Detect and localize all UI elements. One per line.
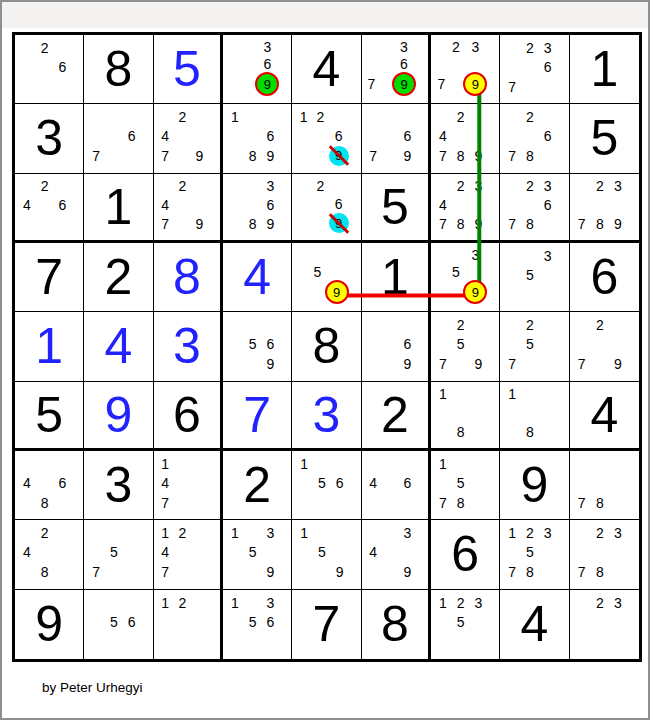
cell-r5c9[interactable]: 279	[570, 312, 639, 381]
yellow-candidate-circle: 9	[325, 280, 349, 304]
candidate-slot-2: 2	[591, 523, 609, 542]
candidate-slot-4	[573, 473, 591, 492]
candidate-slot-3	[329, 177, 349, 195]
candidate-slot-3	[539, 107, 557, 126]
given-digit: 9	[15, 590, 83, 659]
candidate-slot-5: 5	[105, 612, 123, 632]
candidate-slot-3: 3	[539, 38, 557, 57]
candidate-slot-4: 4	[434, 195, 452, 214]
pencil-marks: 1689	[226, 107, 279, 165]
candidate-slot-2	[382, 107, 399, 126]
cell-r3c9[interactable]: 23789	[570, 174, 639, 243]
cell-r9c8[interactable]: 4	[500, 590, 569, 659]
cell-r2c6[interactable]: 679	[362, 104, 431, 173]
candidate-slot-5	[382, 335, 399, 354]
cell-r8c5[interactable]: 159	[292, 520, 361, 589]
candidate-slot-5	[241, 55, 256, 72]
solved-digit: 3	[292, 382, 360, 448]
cell-r8c8[interactable]: 123578	[500, 520, 569, 589]
candidate-slot-9: 9	[463, 72, 487, 96]
cell-r6c8[interactable]: 18	[500, 382, 569, 451]
pencil-marks: 569	[226, 315, 279, 373]
cell-r4c3[interactable]: 8	[154, 243, 223, 312]
cell-r2c2[interactable]: 67	[84, 104, 153, 173]
candidate-slot-4	[226, 195, 244, 214]
candidate-slot-1	[18, 523, 36, 542]
candidate-slot-9: 9	[399, 146, 416, 165]
cell-r7c6[interactable]: 46	[362, 451, 431, 520]
candidate-slot-8	[452, 354, 470, 373]
cell-r1c7[interactable]: 2379	[431, 35, 500, 104]
cell-r3c7[interactable]: 234789	[431, 174, 500, 243]
candidate-slot-6: 6	[262, 612, 280, 632]
cell-r4c7[interactable]: 359	[431, 243, 500, 312]
candidate-slot-6	[609, 195, 627, 214]
candidate-slot-2: 2	[521, 523, 539, 542]
cell-r7c1[interactable]: 468	[15, 451, 84, 520]
cell-r4c5[interactable]: 59	[292, 243, 361, 312]
candidate-slot-7: 7	[503, 354, 521, 373]
candidate-slot-6	[609, 543, 627, 562]
pencil-marks: 2678	[503, 107, 556, 165]
candidate-slot-2	[244, 593, 262, 613]
given-digit: 3	[84, 451, 152, 519]
candidate-slot-5	[105, 127, 123, 146]
candidate-slot-3	[331, 523, 349, 542]
cell-r8c7[interactable]: 6	[431, 520, 500, 589]
cell-r6c1[interactable]: 5	[15, 382, 84, 451]
candidate-slot-5: 5	[313, 543, 331, 562]
cell-r4c4[interactable]: 4	[223, 243, 292, 312]
candidate-slot-6	[191, 543, 208, 562]
candidate-slot-4: 4	[18, 195, 36, 214]
candidate-slot-8	[449, 72, 464, 96]
cell-r1c8[interactable]: 2367	[500, 35, 569, 104]
cell-r8c1[interactable]: 248	[15, 520, 84, 589]
pencil-marks: 18	[434, 385, 487, 441]
candidate-slot-2: 2	[174, 523, 191, 542]
candidate-slot-8	[174, 146, 191, 165]
candidate-slot-7	[503, 285, 521, 304]
candidate-slot-1	[503, 246, 521, 265]
candidate-slot-5	[174, 127, 191, 146]
cell-r6c9[interactable]: 4	[570, 382, 639, 451]
candidate-slot-5	[521, 57, 539, 76]
cell-r2c8[interactable]: 2678	[500, 104, 569, 173]
cell-r5c7[interactable]: 2579	[431, 312, 500, 381]
candidate-slot-2: 2	[174, 177, 191, 196]
cell-r2c7[interactable]: 24789	[431, 104, 500, 173]
pencil-marks: 69	[365, 315, 416, 373]
candidate-slot-2	[310, 246, 325, 263]
pencil-marks: 234789	[434, 177, 487, 233]
pencil-marks: 2378	[573, 523, 627, 581]
candidate-slot-9	[54, 562, 72, 581]
pencil-marks: 46	[365, 454, 416, 512]
candidate-slot-7	[434, 422, 452, 441]
candidate-slot-7: 7	[365, 146, 382, 165]
cell-r4c9[interactable]: 6	[570, 243, 639, 312]
candidate-slot-5	[382, 473, 399, 492]
candidate-slot-8	[452, 632, 470, 652]
pencil-marks: 369	[226, 38, 279, 96]
candidate-slot-5: 5	[521, 335, 539, 354]
cell-r1c4[interactable]: 369	[223, 35, 292, 104]
candidate-slot-6: 6	[539, 195, 557, 214]
cell-r9c1[interactable]: 9	[15, 590, 84, 659]
candidate-slot-1	[87, 107, 105, 126]
candidate-slot-4	[503, 127, 521, 146]
candidate-slot-1	[365, 107, 382, 126]
candidate-slot-6: 6	[539, 127, 557, 146]
candidate-slot-8: 8	[591, 493, 609, 512]
yellow-candidate-circle: 9	[463, 72, 487, 96]
candidate-slot-4	[226, 612, 244, 632]
candidate-slot-3	[54, 523, 72, 542]
cell-r9c2[interactable]: 56	[84, 590, 153, 659]
cell-r4c2[interactable]: 2	[84, 243, 153, 312]
candidate-slot-3: 3	[470, 177, 488, 196]
cell-r1c3[interactable]: 5	[154, 35, 223, 104]
candidate-slot-3: 3	[262, 593, 280, 613]
candidate-slot-5: 5	[449, 263, 464, 280]
candidate-slot-8	[382, 146, 399, 165]
cell-r5c8[interactable]: 257	[500, 312, 569, 381]
sudoku-grid: 2685369436792379236713672479168912696792…	[12, 32, 642, 662]
candidate-slot-2: 2	[591, 177, 609, 196]
cell-r1c6[interactable]: 3679	[362, 35, 431, 104]
candidate-slot-2: 2	[591, 593, 609, 613]
candidate-slot-3	[470, 454, 488, 473]
candidate-slot-4	[226, 335, 244, 354]
cell-r9c4[interactable]: 1356	[223, 590, 292, 659]
cell-r9c5[interactable]: 7	[292, 590, 361, 659]
candidate-slot-8	[244, 562, 262, 581]
cell-r6c3[interactable]: 6	[154, 382, 223, 451]
candidate-slot-9	[539, 562, 557, 581]
cell-r8c4[interactable]: 1359	[223, 520, 292, 589]
candidate-slot-4	[503, 335, 521, 354]
candidate-slot-9	[123, 562, 141, 581]
candidate-slot-1: 1	[295, 107, 312, 126]
candidate-slot-2	[244, 177, 262, 196]
candidate-slot-9	[191, 493, 208, 512]
candidate-slot-5	[312, 126, 329, 145]
cell-r8c6[interactable]: 349	[362, 520, 431, 589]
candidate-slot-6	[191, 127, 208, 146]
candidate-slot-5: 5	[452, 335, 470, 354]
cell-r8c2[interactable]: 57	[84, 520, 153, 589]
candidate-slot-3	[399, 454, 416, 473]
candidate-slot-3	[325, 246, 349, 263]
cell-r5c4[interactable]: 569	[223, 312, 292, 381]
cell-r7c3[interactable]: 147	[154, 451, 223, 520]
candidate-slot-4	[573, 543, 591, 562]
candidate-slot-5: 5	[105, 543, 123, 562]
candidate-slot-1	[365, 454, 382, 473]
candidate-slot-2	[36, 454, 54, 473]
candidate-slot-8	[105, 146, 123, 165]
cell-r5c1[interactable]: 1	[15, 312, 84, 381]
pencil-marks: 147	[157, 454, 208, 512]
candidate-slot-5: 5	[521, 543, 539, 562]
candidate-slot-3	[399, 315, 416, 334]
candidate-slot-2	[244, 315, 262, 334]
cell-r7c9[interactable]: 78	[570, 451, 639, 520]
cell-r8c9[interactable]: 2378	[570, 520, 639, 589]
cell-r6c7[interactable]: 18	[431, 382, 500, 451]
candidate-slot-7: 7	[434, 354, 452, 373]
candidate-slot-9	[54, 214, 72, 233]
candidate-slot-6: 6	[399, 335, 416, 354]
candidate-slot-6	[262, 543, 280, 562]
candidate-slot-8: 8	[591, 214, 609, 233]
candidate-slot-4	[295, 126, 312, 145]
candidate-slot-9	[191, 562, 208, 581]
candidate-slot-9	[609, 632, 627, 652]
cell-r7c4[interactable]: 2	[223, 451, 292, 520]
candidate-slot-1: 1	[434, 385, 452, 404]
pencil-marks: 24789	[434, 107, 487, 165]
candidate-slot-8	[310, 280, 325, 304]
candidate-slot-5	[36, 473, 54, 492]
candidate-slot-1	[434, 246, 449, 263]
candidate-slot-9	[123, 146, 141, 165]
candidate-slot-2	[105, 107, 123, 126]
candidate-slot-5: 5	[310, 263, 325, 280]
cell-r7c7[interactable]: 1578	[431, 451, 500, 520]
candidate-slot-2: 2	[312, 177, 329, 195]
candidate-slot-4	[226, 55, 241, 72]
cell-r6c4[interactable]: 7	[223, 382, 292, 451]
candidate-slot-1	[503, 177, 521, 196]
candidate-slot-8: 8	[591, 562, 609, 581]
candidate-slot-8	[174, 214, 191, 233]
given-digit: 5	[15, 382, 83, 448]
candidate-slot-7	[226, 632, 244, 652]
green-candidate-circle: 9	[255, 72, 279, 96]
candidate-slot-9: 9	[262, 354, 280, 373]
candidate-slot-1	[295, 246, 310, 263]
solved-digit: 5	[154, 35, 220, 103]
pencil-marks: 679	[365, 107, 416, 165]
cell-r9c3[interactable]: 12	[154, 590, 223, 659]
candidate-slot-6: 6	[54, 57, 72, 76]
candidate-slot-7	[365, 354, 382, 373]
candidate-slot-4	[434, 55, 449, 72]
candidate-slot-5	[449, 55, 464, 72]
pencil-marks: 2379	[434, 38, 487, 96]
cell-r6c5[interactable]: 3	[292, 382, 361, 451]
candidate-slot-8	[312, 146, 329, 166]
candidate-slot-8	[313, 493, 331, 512]
given-digit: 7	[292, 590, 360, 659]
cell-r4c8[interactable]: 35	[500, 243, 569, 312]
candidate-slot-7	[365, 562, 382, 581]
candidate-slot-3: 3	[463, 38, 487, 55]
candidate-slot-8	[36, 77, 54, 96]
candidate-slot-6	[470, 612, 488, 632]
candidate-slot-2: 2	[591, 315, 609, 334]
candidate-slot-2	[378, 38, 392, 55]
candidate-slot-2	[382, 454, 399, 473]
cell-r3c5[interactable]: 269	[292, 174, 361, 243]
given-digit: 5	[570, 104, 639, 172]
candidate-slot-6: 6	[54, 473, 72, 492]
cell-r5c5[interactable]: 8	[292, 312, 361, 381]
candidate-slot-1: 1	[157, 593, 174, 613]
candidate-slot-4: 4	[434, 127, 452, 146]
cell-r2c5[interactable]: 1269	[292, 104, 361, 173]
solved-digit: 9	[84, 382, 152, 448]
cell-r9c7[interactable]: 1235	[431, 590, 500, 659]
cell-r9c9[interactable]: 23	[570, 590, 639, 659]
pencil-marks: 18	[503, 385, 556, 441]
cell-r1c5[interactable]: 4	[292, 35, 361, 104]
candidate-slot-4	[295, 195, 312, 213]
candidate-slot-9: 9	[325, 280, 349, 304]
cell-r3c4[interactable]: 3689	[223, 174, 292, 243]
candidate-slot-8	[244, 632, 262, 652]
cell-r2c4[interactable]: 1689	[223, 104, 292, 173]
candidate-slot-4	[365, 335, 382, 354]
given-digit: 8	[84, 35, 152, 103]
cell-r8c3[interactable]: 1247	[154, 520, 223, 589]
pencil-marks: 1578	[434, 454, 487, 512]
cell-r6c2[interactable]: 9	[84, 382, 153, 451]
cell-r4c6[interactable]: 1	[362, 243, 431, 312]
cell-r7c8[interactable]: 9	[500, 451, 569, 520]
candidate-slot-1: 1	[434, 593, 452, 613]
candidate-slot-1: 1	[503, 385, 521, 404]
candidate-slot-6	[609, 335, 627, 354]
cell-r2c9[interactable]: 5	[570, 104, 639, 173]
cell-r6c6[interactable]: 2	[362, 382, 431, 451]
candidate-slot-4	[434, 263, 449, 280]
candidate-slot-6	[463, 263, 487, 280]
candidate-slot-3: 3	[392, 38, 416, 55]
candidate-slot-7: 7	[157, 562, 174, 581]
candidate-slot-6: 6	[331, 473, 349, 492]
candidate-slot-2	[241, 38, 256, 55]
candidate-slot-7: 7	[573, 214, 591, 233]
candidate-slot-9	[470, 493, 488, 512]
candidate-slot-2: 2	[521, 315, 539, 334]
candidate-slot-4: 4	[365, 543, 382, 562]
cell-r2c1[interactable]: 3	[15, 104, 84, 173]
given-digit: 2	[223, 451, 291, 519]
candidate-slot-4: 4	[157, 543, 174, 562]
eliminated-candidate-circle: 9	[329, 146, 349, 166]
candidate-slot-2: 2	[452, 315, 470, 334]
cell-r2c3[interactable]: 2479	[154, 104, 223, 173]
candidate-slot-7	[157, 632, 174, 652]
candidate-slot-5	[591, 335, 609, 354]
candidate-slot-3	[191, 523, 208, 542]
candidate-slot-5	[36, 543, 54, 562]
candidate-slot-9: 9	[331, 562, 349, 581]
candidate-slot-1	[365, 315, 382, 334]
candidate-slot-9	[54, 77, 72, 96]
pencil-marks: 246	[18, 177, 71, 233]
pencil-marks: 1356	[226, 593, 279, 652]
cell-r5c2[interactable]: 4	[84, 312, 153, 381]
candidate-slot-8	[521, 285, 539, 304]
given-digit: 4	[292, 35, 360, 103]
candidate-slot-7	[18, 493, 36, 512]
cell-r9c6[interactable]: 8	[362, 590, 431, 659]
candidate-slot-3	[399, 107, 416, 126]
candidate-slot-1	[434, 38, 449, 55]
candidate-slot-1: 1	[226, 593, 244, 613]
candidate-slot-8	[313, 562, 331, 581]
cell-r3c2[interactable]: 1	[84, 174, 153, 243]
app-window: 2685369436792379236713672479168912696792…	[0, 0, 650, 720]
candidate-slot-2	[452, 385, 470, 404]
candidate-slot-8	[244, 354, 262, 373]
candidate-slot-8: 8	[521, 422, 539, 441]
pencil-marks: 3679	[365, 38, 416, 96]
candidate-slot-9: 9	[191, 214, 208, 233]
green-candidate-circle: 9	[392, 72, 416, 96]
candidate-slot-4	[87, 543, 105, 562]
candidate-slot-1	[503, 107, 521, 126]
candidate-slot-3: 3	[399, 523, 416, 542]
candidate-slot-9	[470, 632, 488, 652]
cell-r4c1[interactable]: 7	[15, 243, 84, 312]
candidate-slot-3	[191, 177, 208, 196]
candidate-slot-7	[365, 493, 382, 512]
cell-r1c2[interactable]: 8	[84, 35, 153, 104]
cell-r5c3[interactable]: 3	[154, 312, 223, 381]
candidate-slot-4	[503, 543, 521, 562]
candidate-slot-8	[449, 280, 464, 304]
cell-r3c6[interactable]: 5	[362, 174, 431, 243]
candidate-slot-1	[365, 38, 379, 55]
candidate-slot-7	[295, 146, 312, 166]
candidate-slot-1	[573, 177, 591, 196]
candidate-slot-6	[191, 612, 208, 632]
candidate-slot-8	[241, 72, 256, 96]
cell-r7c2[interactable]: 3	[84, 451, 153, 520]
candidate-slot-3	[609, 454, 627, 473]
candidate-slot-7: 7	[365, 72, 379, 96]
given-digit: 8	[362, 590, 428, 659]
cell-r1c9[interactable]: 1	[570, 35, 639, 104]
cell-r5c6[interactable]: 69	[362, 312, 431, 381]
candidate-slot-9	[331, 493, 349, 512]
candidate-slot-8	[174, 632, 191, 652]
candidate-slot-6: 6	[262, 195, 280, 214]
cell-r7c5[interactable]: 156	[292, 451, 361, 520]
cell-r3c1[interactable]: 246	[15, 174, 84, 243]
candidate-slot-2: 2	[521, 38, 539, 57]
candidate-slot-6: 6	[262, 335, 280, 354]
cell-r1c1[interactable]: 26	[15, 35, 84, 104]
candidate-slot-8	[105, 632, 123, 652]
candidate-slot-3: 3	[539, 246, 557, 265]
cell-r3c3[interactable]: 2479	[154, 174, 223, 243]
candidate-slot-3: 3	[255, 38, 279, 55]
cell-r3c8[interactable]: 23678	[500, 174, 569, 243]
pencil-marks: 78	[573, 454, 627, 512]
candidate-slot-3: 3	[262, 177, 280, 196]
candidate-slot-6	[191, 195, 208, 214]
candidate-slot-6: 6	[399, 473, 416, 492]
candidate-slot-4	[18, 57, 36, 76]
given-digit: 6	[570, 243, 639, 311]
candidate-slot-1	[503, 315, 521, 334]
